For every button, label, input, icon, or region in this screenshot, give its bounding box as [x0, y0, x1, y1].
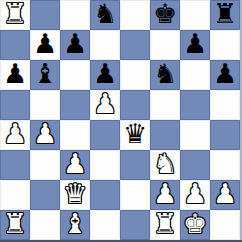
square-a2[interactable] — [0, 180, 30, 210]
square-g5[interactable] — [180, 90, 210, 120]
square-e3[interactable] — [120, 150, 150, 180]
square-e4[interactable]: ♛ — [120, 120, 150, 150]
square-e6[interactable] — [120, 60, 150, 90]
square-c6[interactable] — [60, 60, 90, 90]
piece-white-bishop: ♝ — [63, 209, 87, 239]
square-a7[interactable] — [0, 30, 30, 60]
piece-white-queen: ♛ — [63, 179, 87, 209]
square-e7[interactable] — [120, 30, 150, 60]
piece-white-pawn: ♟ — [33, 119, 57, 149]
square-f5[interactable] — [150, 90, 180, 120]
piece-white-pawn: ♟ — [213, 179, 237, 209]
piece-black-pawn: ♟ — [33, 29, 57, 59]
square-h2[interactable]: ♟ — [210, 180, 240, 210]
square-c7[interactable]: ♟ — [60, 30, 90, 60]
square-b6[interactable]: ♝ — [30, 60, 60, 90]
piece-black-king: ♚ — [153, 0, 177, 29]
square-b7[interactable]: ♟ — [30, 30, 60, 60]
square-b1[interactable] — [30, 210, 60, 240]
square-c8[interactable] — [60, 0, 90, 30]
square-h6[interactable]: ♟ — [210, 60, 240, 90]
piece-black-pawn: ♟ — [3, 59, 27, 89]
square-d4[interactable] — [90, 120, 120, 150]
square-e5[interactable] — [120, 90, 150, 120]
square-e2[interactable] — [120, 180, 150, 210]
square-g8[interactable] — [180, 0, 210, 30]
square-c4[interactable] — [60, 120, 90, 150]
square-b2[interactable] — [30, 180, 60, 210]
piece-black-pawn: ♟ — [183, 29, 207, 59]
chess-board: ♜♞♚♜♟♟♟♟♝♟♞♟♟♟♟♛♟♞♛♟♟♟♜♝♜♚ — [0, 0, 242, 242]
square-h5[interactable] — [210, 90, 240, 120]
square-d6[interactable]: ♟ — [90, 60, 120, 90]
square-g7[interactable]: ♟ — [180, 30, 210, 60]
piece-white-knight: ♞ — [153, 149, 177, 179]
square-f3[interactable]: ♞ — [150, 150, 180, 180]
square-a5[interactable] — [0, 90, 30, 120]
square-a4[interactable]: ♟ — [0, 120, 30, 150]
square-c1[interactable]: ♝ — [60, 210, 90, 240]
square-f1[interactable]: ♜ — [150, 210, 180, 240]
piece-white-rook: ♜ — [3, 209, 27, 239]
square-f8[interactable]: ♚ — [150, 0, 180, 30]
piece-black-pawn: ♟ — [93, 59, 117, 89]
square-g2[interactable]: ♟ — [180, 180, 210, 210]
piece-white-pawn: ♟ — [183, 179, 207, 209]
piece-black-queen: ♛ — [123, 119, 147, 149]
square-a8[interactable]: ♜ — [0, 0, 30, 30]
square-b8[interactable] — [30, 0, 60, 30]
board-right-edge — [240, 0, 242, 242]
square-a1[interactable]: ♜ — [0, 210, 30, 240]
piece-white-pawn: ♟ — [3, 119, 27, 149]
square-c3[interactable]: ♟ — [60, 150, 90, 180]
square-g1[interactable]: ♚ — [180, 210, 210, 240]
square-e1[interactable] — [120, 210, 150, 240]
square-h8[interactable]: ♜ — [210, 0, 240, 30]
square-g4[interactable] — [180, 120, 210, 150]
square-c5[interactable] — [60, 90, 90, 120]
square-b5[interactable] — [30, 90, 60, 120]
square-h4[interactable] — [210, 120, 240, 150]
chess-board-grid: ♜♞♚♜♟♟♟♟♝♟♞♟♟♟♟♛♟♞♛♟♟♟♜♝♜♚ — [0, 0, 240, 240]
square-f2[interactable]: ♟ — [150, 180, 180, 210]
square-e8[interactable] — [120, 0, 150, 30]
piece-white-rook: ♜ — [153, 209, 177, 239]
piece-black-knight: ♞ — [93, 0, 117, 29]
square-c2[interactable]: ♛ — [60, 180, 90, 210]
square-h7[interactable] — [210, 30, 240, 60]
piece-black-pawn: ♟ — [63, 29, 87, 59]
square-d5[interactable]: ♟ — [90, 90, 120, 120]
piece-black-rook: ♜ — [213, 0, 237, 29]
square-g6[interactable] — [180, 60, 210, 90]
square-d1[interactable] — [90, 210, 120, 240]
square-b4[interactable]: ♟ — [30, 120, 60, 150]
piece-black-knight: ♞ — [153, 59, 177, 89]
piece-white-pawn: ♟ — [63, 149, 87, 179]
square-h3[interactable] — [210, 150, 240, 180]
piece-white-pawn: ♟ — [93, 89, 117, 119]
square-d8[interactable]: ♞ — [90, 0, 120, 30]
square-g3[interactable] — [180, 150, 210, 180]
square-b3[interactable] — [30, 150, 60, 180]
square-d2[interactable] — [90, 180, 120, 210]
piece-black-bishop: ♝ — [33, 59, 57, 89]
piece-white-king: ♚ — [183, 209, 207, 239]
square-a6[interactable]: ♟ — [0, 60, 30, 90]
square-f7[interactable] — [150, 30, 180, 60]
square-a3[interactable] — [0, 150, 30, 180]
square-f6[interactable]: ♞ — [150, 60, 180, 90]
square-d3[interactable] — [90, 150, 120, 180]
square-f4[interactable] — [150, 120, 180, 150]
piece-white-rook: ♜ — [3, 0, 27, 29]
piece-white-pawn: ♟ — [153, 179, 177, 209]
piece-black-pawn: ♟ — [213, 59, 237, 89]
square-d7[interactable] — [90, 30, 120, 60]
square-h1[interactable] — [210, 210, 240, 240]
